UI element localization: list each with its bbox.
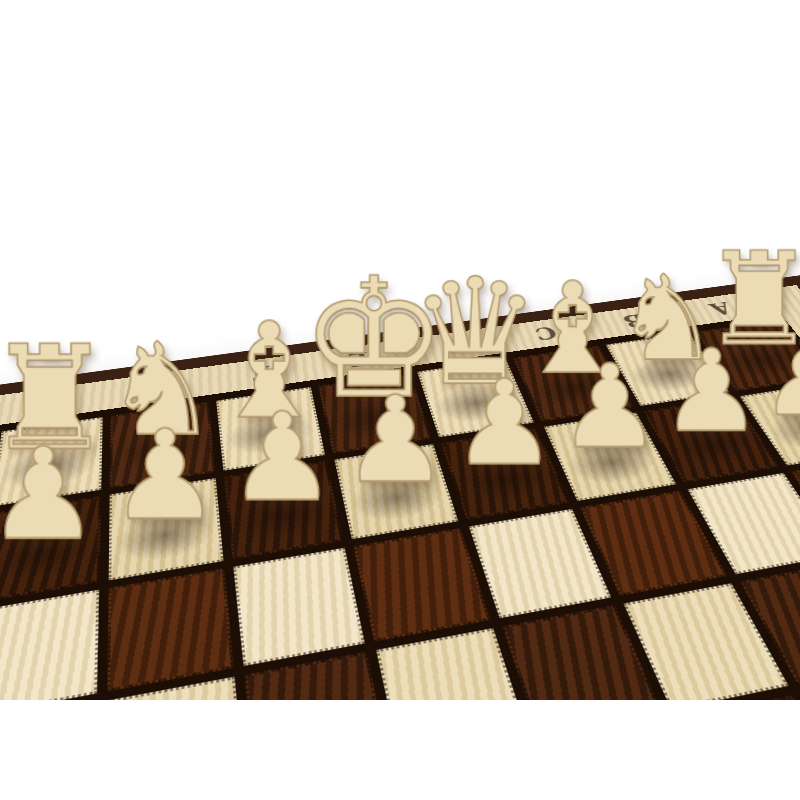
square-d3 xyxy=(469,509,611,618)
piece-glyph: ♟ xyxy=(452,365,557,482)
piece-glyph: ♟ xyxy=(342,381,449,500)
square-b4 xyxy=(740,562,800,684)
square-d2: ♟ xyxy=(441,428,569,520)
square-h3 xyxy=(0,590,99,718)
piece-glyph: ♟ xyxy=(0,432,100,558)
piece-glyph: ♟ xyxy=(558,350,661,465)
square-f2: ♟ xyxy=(224,461,343,560)
photo-canvas: HGFEDCBA HGFEDCBA 12345678 12345678 ♜♞♝♚… xyxy=(0,0,800,800)
photo-crop-mask xyxy=(0,700,800,800)
piece-glyph: ♟ xyxy=(760,321,800,432)
square-f3 xyxy=(233,548,365,666)
square-g2: ♟ xyxy=(109,478,224,580)
square-e2: ♟ xyxy=(334,444,458,539)
square-c2: ♟ xyxy=(544,412,676,501)
square-g3 xyxy=(107,568,233,691)
square-e3 xyxy=(353,528,490,642)
piece-glyph: ♟ xyxy=(228,397,337,519)
piece-glyph: ♟ xyxy=(109,414,220,538)
square-h2: ♟ xyxy=(0,496,101,602)
piece-glyph: ♟ xyxy=(661,335,763,448)
